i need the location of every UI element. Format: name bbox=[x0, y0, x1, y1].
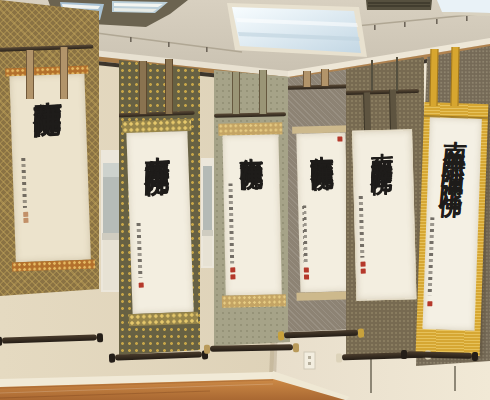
scroll-1-hanging-bar bbox=[0, 44, 93, 51]
scroll-2-paper: 南無阿弥陀佛 bbox=[126, 131, 193, 314]
scroll-3-hanging-strap bbox=[232, 72, 240, 114]
scroll-1-signature bbox=[21, 158, 27, 208]
scroll-5-signature bbox=[359, 196, 365, 258]
scroll-1: 南無阿彌陀佛 bbox=[0, 0, 99, 300]
exhibition-photo: 南無阿彌陀佛 南無阿弥陀佛 南無阿弥陀佛 bbox=[0, 0, 490, 400]
scroll-3-hanging-bar bbox=[214, 112, 286, 118]
scroll-3-calligraphy: 南無阿弥陀佛 bbox=[239, 139, 262, 151]
scroll-6-signature bbox=[428, 217, 435, 295]
scroll-5-hanging-rod bbox=[371, 60, 373, 91]
scroll-4-seal bbox=[337, 136, 342, 141]
scroll-4-hanging-strap bbox=[303, 71, 311, 87]
scroll-1-seal bbox=[23, 218, 28, 223]
scroll-4-seal bbox=[304, 274, 309, 279]
scroll-3-seal bbox=[230, 274, 235, 279]
scroll-4-paper: 南無阿彌陀佛 bbox=[296, 132, 349, 292]
scroll-2-hanging-strap bbox=[139, 61, 147, 114]
scroll-4-ichimonji-bottom bbox=[296, 291, 353, 300]
scroll-2-seal bbox=[139, 283, 144, 288]
scroll-2: 南無阿弥陀佛 bbox=[119, 60, 200, 355]
scroll-2-hanging-strap bbox=[165, 59, 173, 114]
scroll-2-calligraphy: 南無阿弥陀佛 bbox=[145, 135, 170, 155]
ceiling-light-panel bbox=[227, 3, 367, 57]
scroll-4-signature bbox=[302, 205, 308, 263]
scroll-1-hanging-strap bbox=[60, 47, 68, 99]
air-vent bbox=[366, 0, 432, 10]
scroll-3-paper: 南無阿弥陀佛 bbox=[222, 134, 281, 295]
scroll-2-signature bbox=[137, 223, 143, 278]
scroll-6-paper: 南無阿彌陀佛 bbox=[422, 117, 481, 331]
scroll-6-seal bbox=[427, 301, 432, 306]
scroll-5-futai bbox=[363, 92, 371, 131]
scroll-1-ichimonji-bottom bbox=[12, 259, 95, 271]
scroll-6-hanging-strap bbox=[450, 47, 459, 106]
scroll-3-signature bbox=[228, 183, 234, 263]
scroll-5-paper: 南無阿弥陀佛 bbox=[352, 129, 416, 301]
scroll-6-calligraphy: 南無阿彌陀佛 bbox=[440, 122, 469, 188]
scroll-3-ichimonji-bottom bbox=[222, 294, 286, 307]
scroll-1-mount: 南無阿彌陀佛 bbox=[0, 0, 104, 302]
scroll-5-hanging-bar bbox=[345, 89, 419, 95]
scroll-4-hanging-bar bbox=[287, 84, 352, 90]
scroll-3: 南無阿弥陀佛 bbox=[214, 70, 290, 346]
scroll-6: 南無阿彌陀佛 bbox=[416, 102, 489, 356]
scroll-3-hanging-strap bbox=[259, 70, 267, 114]
scroll-5-seal bbox=[360, 262, 365, 267]
scroll-5-seal bbox=[361, 269, 366, 274]
scroll-2-mount: 南無阿弥陀佛 bbox=[114, 59, 205, 357]
scroll-3-seal bbox=[230, 267, 235, 272]
scroll-1-calligraphy: 南無阿彌陀佛 bbox=[33, 78, 61, 89]
scroll-4-calligraphy: 南無阿彌陀佛 bbox=[309, 137, 332, 153]
scroll-2-hanging-bar bbox=[118, 111, 195, 118]
scroll-5-calligraphy: 南無阿弥陀佛 bbox=[371, 134, 394, 159]
scroll-5-hanging-rod bbox=[396, 57, 398, 91]
window-2 bbox=[201, 158, 214, 268]
scroll-3-mount: 南無阿弥陀佛 bbox=[211, 69, 293, 347]
wall-outlet bbox=[304, 352, 315, 369]
scroll-5: 南無阿弥陀佛 bbox=[346, 55, 424, 355]
scroll-1-hanging-strap bbox=[26, 50, 34, 99]
scroll-2-ichimonji-bottom bbox=[129, 312, 198, 326]
scroll-1-paper: 南無阿彌陀佛 bbox=[9, 74, 90, 263]
corner-light-panel bbox=[437, 0, 490, 16]
scroll-5-mount: 南無阿弥陀佛 bbox=[342, 54, 428, 356]
scroll-1-seal bbox=[23, 212, 28, 217]
scroll-4-hanging-strap bbox=[321, 69, 329, 86]
scroll-6-hanging-strap bbox=[430, 49, 439, 106]
scroll-5-futai bbox=[389, 90, 397, 131]
scroll-4-seal bbox=[304, 267, 309, 272]
